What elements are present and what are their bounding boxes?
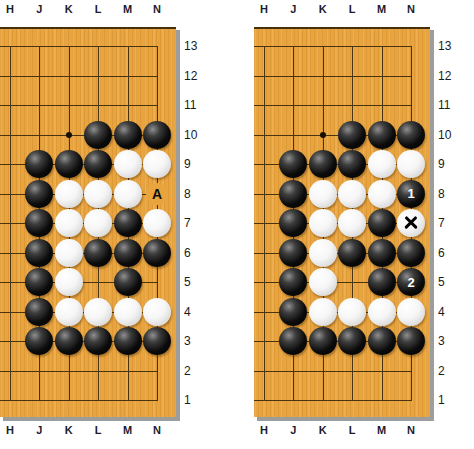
stone-white-N7 xyxy=(397,209,425,237)
stone-black-N5: 2 xyxy=(397,268,425,296)
stone-black-K9 xyxy=(55,150,83,178)
stone-white-L8 xyxy=(338,180,366,208)
stone-black-M3 xyxy=(368,327,396,355)
grid-line-row-1 xyxy=(0,400,158,401)
column-label-top-N: N xyxy=(147,2,167,16)
row-label-12: 12 xyxy=(184,68,208,84)
row-label-4: 4 xyxy=(184,304,208,320)
stone-black-N8: 1 xyxy=(397,180,425,208)
column-label-bottom-J: J xyxy=(29,423,49,437)
stone-black-N10 xyxy=(143,121,171,149)
row-label-7: 7 xyxy=(438,215,462,231)
column-label-top-M: M xyxy=(118,2,138,16)
board-top-edge xyxy=(0,27,176,29)
stone-black-J5 xyxy=(279,268,307,296)
move-number-label-2: 2 xyxy=(407,276,414,289)
row-label-11: 11 xyxy=(438,97,462,113)
column-label-bottom-H: H xyxy=(0,423,20,437)
stone-black-N3 xyxy=(143,327,171,355)
stone-black-L9 xyxy=(84,150,112,178)
stone-white-K4 xyxy=(309,298,337,326)
column-label-bottom-J: J xyxy=(283,423,303,437)
stone-white-K8 xyxy=(309,180,337,208)
x-mark-icon xyxy=(403,215,419,231)
stone-black-J9 xyxy=(279,150,307,178)
row-label-1: 1 xyxy=(438,392,462,408)
stone-white-K5 xyxy=(55,268,83,296)
star-point-K10 xyxy=(320,132,326,138)
stone-white-N9 xyxy=(397,150,425,178)
stone-white-N4 xyxy=(143,298,171,326)
board-shadow-right xyxy=(176,30,180,421)
stone-white-M8 xyxy=(368,180,396,208)
row-label-3: 3 xyxy=(438,333,462,349)
board-top-edge xyxy=(254,27,430,29)
stone-black-M10 xyxy=(368,121,396,149)
stone-black-J8 xyxy=(25,180,53,208)
grid-line-row-13 xyxy=(254,46,412,47)
stone-white-K5 xyxy=(309,268,337,296)
grid-line-row-11 xyxy=(0,105,158,106)
column-label-bottom-H: H xyxy=(254,423,274,437)
row-label-8: 8 xyxy=(438,186,462,202)
column-label-bottom-L: L xyxy=(342,423,362,437)
stone-black-M7 xyxy=(368,209,396,237)
row-label-10: 10 xyxy=(184,127,208,143)
stone-white-N9 xyxy=(143,150,171,178)
stone-black-K3 xyxy=(309,327,337,355)
row-label-13: 13 xyxy=(438,38,462,54)
stone-white-L7 xyxy=(84,209,112,237)
row-label-5: 5 xyxy=(438,274,462,290)
grid-line-row-13 xyxy=(0,46,158,47)
stone-white-M8 xyxy=(114,180,142,208)
stone-black-M5 xyxy=(114,268,142,296)
stone-black-J6 xyxy=(279,239,307,267)
stone-black-K9 xyxy=(309,150,337,178)
stone-black-J3 xyxy=(279,327,307,355)
stone-white-L7 xyxy=(338,209,366,237)
column-label-top-K: K xyxy=(59,2,79,16)
column-label-bottom-K: K xyxy=(59,423,79,437)
column-label-top-N: N xyxy=(401,2,421,16)
stone-white-K7 xyxy=(55,209,83,237)
column-label-top-H: H xyxy=(0,2,20,16)
stone-black-J5 xyxy=(25,268,53,296)
stone-black-L3 xyxy=(338,327,366,355)
stone-black-M10 xyxy=(114,121,142,149)
stone-black-N3 xyxy=(397,327,425,355)
point-label-A: A xyxy=(146,183,168,205)
stone-white-L4 xyxy=(84,298,112,326)
row-label-1: 1 xyxy=(184,392,208,408)
grid-line-col-H xyxy=(264,46,265,401)
column-label-top-L: L xyxy=(342,2,362,16)
go-board-solution: HHJJKKLLMMNN1312111098765432112 xyxy=(254,0,464,449)
stone-white-L4 xyxy=(338,298,366,326)
column-label-bottom-K: K xyxy=(313,423,333,437)
column-label-bottom-M: M xyxy=(372,423,392,437)
column-label-top-M: M xyxy=(372,2,392,16)
stone-black-L6 xyxy=(338,239,366,267)
board-shadow-right xyxy=(430,30,434,421)
stone-white-K6 xyxy=(55,239,83,267)
stone-white-N7 xyxy=(143,209,171,237)
stone-black-J4 xyxy=(25,298,53,326)
grid-line-row-2 xyxy=(254,371,412,372)
stone-black-J7 xyxy=(279,209,307,237)
row-label-6: 6 xyxy=(438,245,462,261)
stone-white-K4 xyxy=(55,298,83,326)
row-label-12: 12 xyxy=(438,68,462,84)
row-label-8: 8 xyxy=(184,186,208,202)
row-label-4: 4 xyxy=(438,304,462,320)
stone-black-L10 xyxy=(338,121,366,149)
stone-black-K3 xyxy=(55,327,83,355)
row-label-2: 2 xyxy=(184,363,208,379)
row-label-9: 9 xyxy=(438,156,462,172)
stone-black-N6 xyxy=(143,239,171,267)
stone-black-J8 xyxy=(279,180,307,208)
go-problem-page: HHJJKKLLMMNN13121110987654321AHHJJKKLLMM… xyxy=(0,0,474,449)
column-label-bottom-L: L xyxy=(88,423,108,437)
row-label-10: 10 xyxy=(438,127,462,143)
column-label-top-J: J xyxy=(29,2,49,16)
column-label-bottom-N: N xyxy=(147,423,167,437)
stone-black-J6 xyxy=(25,239,53,267)
star-point-K10 xyxy=(66,132,72,138)
stone-white-L8 xyxy=(84,180,112,208)
stone-black-M3 xyxy=(114,327,142,355)
grid-line-row-12 xyxy=(254,76,412,77)
board-shadow-bottom xyxy=(3,417,180,421)
column-label-top-H: H xyxy=(254,2,274,16)
grid-line-col-H xyxy=(10,46,11,401)
stone-black-M7 xyxy=(114,209,142,237)
column-label-top-J: J xyxy=(283,2,303,16)
row-label-3: 3 xyxy=(184,333,208,349)
stone-white-M4 xyxy=(114,298,142,326)
stone-black-J9 xyxy=(25,150,53,178)
stone-black-M6 xyxy=(114,239,142,267)
column-label-top-L: L xyxy=(88,2,108,16)
move-number-label-1: 1 xyxy=(407,187,414,200)
stone-white-K7 xyxy=(309,209,337,237)
board-shadow-bottom xyxy=(257,417,434,421)
row-label-5: 5 xyxy=(184,274,208,290)
stone-black-J3 xyxy=(25,327,53,355)
row-label-11: 11 xyxy=(184,97,208,113)
grid-line-row-12 xyxy=(0,76,158,77)
board-panel-solution: 12 xyxy=(254,27,430,417)
stone-white-N4 xyxy=(397,298,425,326)
stone-black-J4 xyxy=(279,298,307,326)
row-label-6: 6 xyxy=(184,245,208,261)
stone-black-N10 xyxy=(397,121,425,149)
board-panel-problem: A xyxy=(0,27,176,417)
column-label-bottom-M: M xyxy=(118,423,138,437)
row-label-9: 9 xyxy=(184,156,208,172)
grid-line-row-11 xyxy=(254,105,412,106)
go-board-problem: HHJJKKLLMMNN13121110987654321A xyxy=(0,0,210,449)
grid-line-row-1 xyxy=(254,400,412,401)
stone-black-L6 xyxy=(84,239,112,267)
row-label-2: 2 xyxy=(438,363,462,379)
stone-white-K8 xyxy=(55,180,83,208)
stone-black-M6 xyxy=(368,239,396,267)
row-label-7: 7 xyxy=(184,215,208,231)
stone-white-M4 xyxy=(368,298,396,326)
stone-white-K6 xyxy=(309,239,337,267)
stone-black-L10 xyxy=(84,121,112,149)
column-label-bottom-N: N xyxy=(401,423,421,437)
stone-black-L9 xyxy=(338,150,366,178)
stone-black-L3 xyxy=(84,327,112,355)
stone-white-M9 xyxy=(368,150,396,178)
stone-black-N6 xyxy=(397,239,425,267)
grid-line-row-2 xyxy=(0,371,158,372)
row-label-13: 13 xyxy=(184,38,208,54)
stone-black-M5 xyxy=(368,268,396,296)
column-label-top-K: K xyxy=(313,2,333,16)
stone-black-J7 xyxy=(25,209,53,237)
stone-white-M9 xyxy=(114,150,142,178)
